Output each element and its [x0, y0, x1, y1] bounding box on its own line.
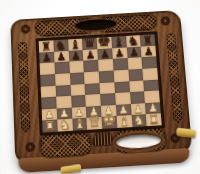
board-square: [113, 58, 128, 70]
board-square: [140, 34, 155, 46]
board-square: [130, 103, 146, 115]
chess-board: [39, 34, 162, 132]
board-square: [83, 49, 98, 61]
board-square: [127, 57, 142, 69]
board-square: [130, 91, 146, 103]
board-square: [111, 36, 126, 48]
board-square: [40, 63, 55, 75]
board-square: [39, 40, 54, 52]
board-square: [85, 83, 100, 95]
board-square: [126, 35, 141, 47]
board-square: [54, 62, 69, 74]
board-square: [115, 92, 131, 104]
product-photo: ❂ ❂ ♜♞♝♛♚♝♞♜♟♟♟♟♟♟♟♟♟♟♟♟♟♟♟♟♜♞♝♛♚♝♞♜ ❂ ❂: [0, 0, 200, 174]
board-square: [112, 47, 127, 59]
board-square: [56, 107, 71, 120]
board-square: [102, 116, 118, 129]
board-square: [70, 84, 85, 96]
rosette-carving-icon: ❂: [18, 22, 33, 37]
lattice-carving: [18, 42, 30, 133]
board-square: [41, 85, 56, 97]
board-square: [82, 38, 97, 50]
lattice-carving: [40, 133, 92, 159]
board-square: [144, 91, 160, 103]
board-square: [146, 114, 162, 127]
board-frame: ♜♞♝♛♚♝♞♜♟♟♟♟♟♟♟♟♟♟♟♟♟♟♟♟♜♞♝♛♚♝♞♜: [36, 31, 165, 135]
board-square: [114, 81, 129, 93]
board-square: [143, 68, 159, 80]
board-square: [116, 104, 132, 116]
board-square: [116, 115, 132, 128]
board-square: [145, 102, 161, 114]
board-square: [98, 59, 113, 71]
board-square: [40, 74, 55, 86]
board-square: [56, 96, 71, 108]
board-square: [53, 39, 68, 51]
board-square: [42, 108, 57, 121]
board-square: [68, 50, 83, 62]
board-square: [143, 79, 159, 91]
board-square: [72, 118, 88, 131]
board-square: [126, 46, 141, 58]
board-square: [100, 93, 115, 105]
board-square: [128, 69, 143, 81]
board-square: [55, 73, 70, 85]
board-square: [41, 97, 56, 109]
rosette-carving-icon: ❂: [158, 14, 174, 29]
board-square: [42, 120, 57, 133]
chess-case: ❂ ❂ ♜♞♝♛♚♝♞♜♟♟♟♟♟♟♟♟♟♟♟♟♟♟♟♟♜♞♝♛♚♝♞♜ ❂ ❂: [10, 10, 192, 164]
lattice-carving: [166, 33, 183, 123]
board-square: [97, 48, 112, 60]
board-square: [142, 57, 157, 69]
board-square: [83, 60, 98, 72]
arch-medallion-carving-icon: [92, 131, 113, 145]
board-square: [71, 95, 86, 107]
board-wrap: ♜♞♝♛♚♝♞♜♟♟♟♟♟♟♟♟♟♟♟♟♟♟♟♟♜♞♝♛♚♝♞♜: [39, 34, 162, 132]
board-square: [55, 84, 70, 96]
board-square: [141, 45, 156, 57]
rosette-carving-icon: ❂: [23, 139, 39, 155]
board-square: [99, 70, 114, 82]
board-square: [85, 94, 100, 106]
board-square: [39, 51, 54, 63]
board-square: [97, 37, 112, 49]
board-square: [113, 70, 128, 82]
board-square: [86, 106, 102, 118]
board-square: [71, 107, 86, 120]
board-square: [99, 82, 114, 94]
board-square: [69, 72, 84, 84]
board-square: [69, 61, 84, 73]
brass-latch-icon: [60, 164, 81, 174]
board-square: [57, 119, 72, 132]
board-square: [68, 39, 83, 51]
board-square: [54, 51, 69, 63]
board-square: [101, 105, 117, 117]
board-square: [87, 117, 103, 130]
board-square: [129, 80, 145, 92]
board-square: [84, 71, 99, 83]
board-square: [131, 115, 147, 128]
